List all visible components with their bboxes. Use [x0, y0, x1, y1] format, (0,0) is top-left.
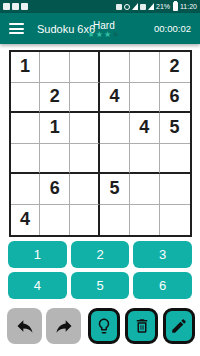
pencil-button[interactable] [163, 308, 195, 344]
cell-r2c5[interactable]: 5 [160, 113, 190, 144]
image-icon [3, 3, 10, 10]
cell-r1c1[interactable]: 2 [40, 83, 70, 114]
cell-r5c2[interactable] [70, 205, 100, 236]
sudoku-board: 12246145654 [9, 50, 192, 237]
cell-r3c2[interactable] [70, 144, 100, 175]
cell-r3c4[interactable] [130, 144, 160, 175]
status-bar: 21% 11:20 [0, 0, 200, 13]
cell-r1c2[interactable] [70, 83, 100, 114]
cell-r4c5[interactable] [160, 174, 190, 205]
menu-icon[interactable] [9, 23, 24, 34]
cell-r1c4[interactable] [130, 83, 160, 114]
signal-icon [132, 3, 138, 10]
game-timer: 00:00:02 [154, 23, 191, 34]
numpad-button-5[interactable]: 5 [71, 272, 130, 299]
battery-icon [173, 2, 178, 11]
cell-r0c1[interactable] [40, 52, 70, 83]
toolbar [7, 308, 195, 344]
difficulty-block: Hard ★★★★ [88, 19, 121, 38]
cell-r0c4[interactable] [130, 52, 160, 83]
cell-r5c3[interactable] [100, 205, 130, 236]
cell-r1c0[interactable] [11, 83, 41, 114]
star-icon: ★ [88, 29, 96, 38]
pencil-icon [170, 317, 188, 335]
app-title: Sudoku 6x6 [37, 23, 95, 35]
cell-r1c5[interactable]: 6 [160, 83, 190, 114]
usb-icon [12, 3, 19, 10]
redo-button[interactable] [46, 308, 81, 344]
cell-r2c0[interactable] [11, 113, 41, 144]
network-icon [140, 4, 146, 10]
cell-r0c3[interactable] [100, 52, 130, 83]
cell-r0c0[interactable]: 1 [11, 52, 41, 83]
battery-percent: 21% [156, 3, 170, 10]
hint-button[interactable] [88, 308, 120, 344]
numpad-button-1[interactable]: 1 [8, 241, 67, 268]
signal-icon [148, 3, 154, 10]
redo-arrow-icon [54, 316, 74, 336]
lightbulb-icon [95, 317, 113, 335]
cell-r2c1[interactable]: 1 [40, 113, 70, 144]
numpad-button-2[interactable]: 2 [71, 241, 130, 268]
cell-r0c5[interactable]: 2 [160, 52, 190, 83]
undo-button[interactable] [7, 308, 42, 344]
numpad-button-4[interactable]: 4 [8, 272, 67, 299]
cell-r3c3[interactable] [100, 144, 130, 175]
numpad-button-6[interactable]: 6 [133, 272, 192, 299]
cell-r4c3[interactable]: 5 [100, 174, 130, 205]
cell-r2c4[interactable]: 4 [130, 113, 160, 144]
number-pad: 1 2 3 4 5 6 [8, 241, 192, 299]
alarm-icon [124, 4, 130, 10]
difficulty-stars: ★★★★ [88, 30, 121, 38]
cell-r4c2[interactable] [70, 174, 100, 205]
cell-r4c0[interactable] [11, 174, 41, 205]
numpad-button-3[interactable]: 3 [133, 241, 192, 268]
star-icon: ★ [112, 29, 120, 38]
cell-r0c2[interactable] [70, 52, 100, 83]
cell-r5c4[interactable] [130, 205, 160, 236]
app-bar: Sudoku 6x6 Hard ★★★★ 00:00:02 [0, 13, 200, 44]
cell-r2c3[interactable] [100, 113, 130, 144]
delete-button[interactable] [125, 308, 157, 344]
cell-r4c1[interactable]: 6 [40, 174, 70, 205]
cell-r5c1[interactable] [40, 205, 70, 236]
trash-icon [133, 317, 151, 335]
cell-r5c0[interactable]: 4 [11, 205, 41, 236]
cell-r4c4[interactable] [130, 174, 160, 205]
cell-r5c5[interactable] [160, 205, 190, 236]
cell-r2c2[interactable] [70, 113, 100, 144]
mute-icon [116, 4, 122, 10]
cell-r1c3[interactable]: 4 [100, 83, 130, 114]
cell-r3c5[interactable] [160, 144, 190, 175]
screenshot-icon [21, 3, 28, 10]
cell-r3c0[interactable] [11, 144, 41, 175]
star-icon: ★ [104, 29, 112, 38]
clock-text: 11:20 [180, 3, 197, 10]
undo-arrow-icon [15, 316, 35, 336]
cell-r3c1[interactable] [40, 144, 70, 175]
